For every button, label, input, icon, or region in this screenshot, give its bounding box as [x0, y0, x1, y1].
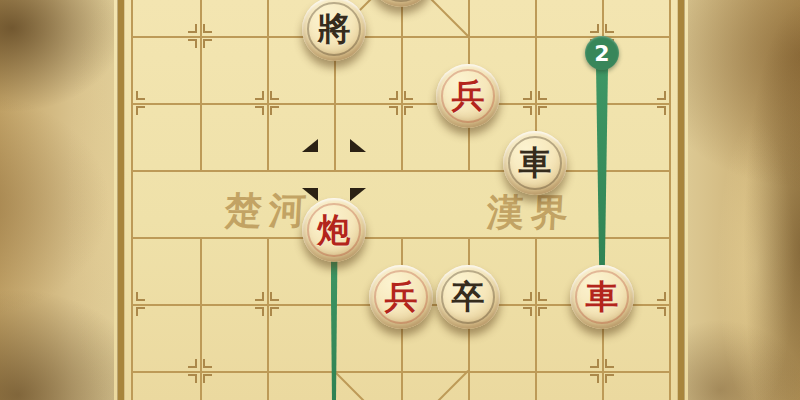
point-marker — [589, 358, 615, 384]
point-marker — [254, 90, 280, 116]
piece-black-soldier[interactable]: 卒 — [436, 265, 500, 329]
point-marker — [120, 90, 146, 116]
piece-red-soldier[interactable]: 兵 — [369, 265, 433, 329]
board-cell — [334, 371, 401, 400]
point-marker — [656, 291, 682, 317]
move-number-badge: 2 — [585, 36, 619, 70]
piece-red-chariot[interactable]: 車 — [570, 265, 634, 329]
board-cell — [468, 0, 535, 36]
board-cell — [468, 371, 535, 400]
piece-black-general[interactable]: 將 — [302, 0, 366, 61]
board-cell — [267, 371, 334, 400]
board-cell — [602, 170, 669, 237]
piece-red-soldier[interactable]: 兵 — [436, 64, 500, 128]
xiangqi-app: 士將兵車炮兵卒車 楚河 漢界 2 — [0, 0, 800, 400]
point-marker — [656, 90, 682, 116]
board-cell — [401, 0, 468, 36]
point-marker — [388, 90, 414, 116]
vacated-square-marker — [301, 137, 367, 203]
point-marker — [187, 23, 213, 49]
move-number-label: 2 — [594, 41, 609, 66]
piece-red-cannon[interactable]: 炮 — [302, 198, 366, 262]
point-marker — [120, 291, 146, 317]
board-cell — [133, 170, 200, 237]
point-marker — [187, 358, 213, 384]
board-cell — [401, 170, 468, 237]
selected-piece-brackets — [497, 125, 573, 201]
point-marker — [522, 291, 548, 317]
point-marker — [522, 90, 548, 116]
board-cell — [401, 371, 468, 400]
point-marker — [254, 291, 280, 317]
